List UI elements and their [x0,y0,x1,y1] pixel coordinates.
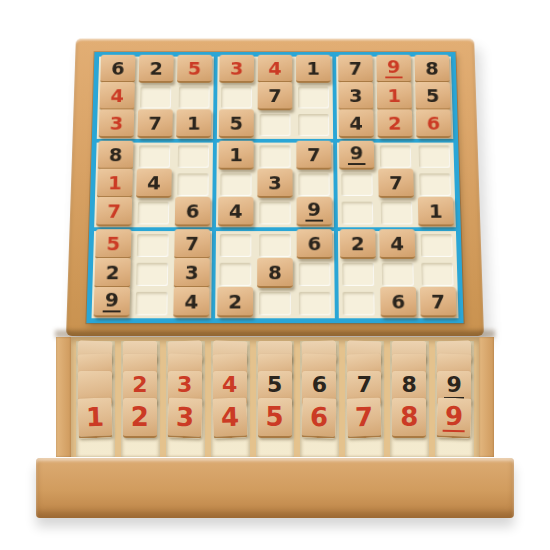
cell-recess [259,234,291,257]
cell-r5c5[interactable]: 3 [255,171,294,199]
number-tile-4[interactable]: 4 [379,229,415,259]
cell-r5c3[interactable] [173,171,212,199]
tray-slot-1: 1 [76,341,115,457]
cell-r7c9[interactable] [417,231,457,260]
number-tile-8[interactable]: 8 [257,258,293,288]
number-tile-7[interactable]: 7 [137,109,172,138]
cell-recess [419,145,451,167]
cell-recess [298,173,329,196]
tray-tile-5[interactable]: 5 [258,398,292,438]
cell-r5c9[interactable] [415,171,455,199]
cell-r2c1[interactable]: 4 [98,84,137,111]
cell-r4c1[interactable]: 8 [96,143,136,171]
cell-r8c5[interactable]: 8 [255,260,295,289]
tray-slot-3: 33 [166,341,205,457]
number-tile-4[interactable]: 4 [339,109,374,138]
number-tile-1[interactable]: 1 [296,55,331,83]
cell-recess [177,173,209,196]
number-tile-3[interactable]: 3 [174,258,210,288]
cell-r8c2[interactable] [132,260,172,289]
tray-tile-4[interactable]: 4 [212,398,247,439]
cell-recess [343,292,375,315]
cell-r7c4[interactable] [216,231,256,260]
number-tile-7[interactable]: 7 [96,197,132,226]
number-tile-9[interactable]: 9 [94,287,131,317]
cell-r5c7[interactable] [337,171,376,199]
number-tile-7[interactable]: 7 [378,169,414,198]
cell-r8c8[interactable] [378,260,418,289]
cell-recess [299,292,331,315]
tile-drawer: 12233445566778899 [56,337,494,457]
cell-recess [259,145,290,167]
cell-r8c1[interactable]: 2 [92,260,132,289]
cell-recess [219,263,251,286]
cell-recess [421,234,453,257]
cell-r9c4[interactable]: 2 [215,289,255,318]
cell-r4c2[interactable] [135,143,174,171]
cell-r2c2[interactable] [136,84,175,111]
number-tile-3[interactable]: 3 [99,109,135,138]
cell-recess [299,263,331,286]
cell-recess [260,114,291,136]
cell-r9c2[interactable] [131,289,171,318]
number-tile-1[interactable]: 1 [219,141,254,170]
cell-r3c8[interactable]: 2 [375,111,414,139]
cell-r6c5[interactable] [255,199,294,227]
cell-r4c5[interactable] [256,143,295,171]
cell-r6c2[interactable] [133,199,173,227]
cell-r3c3[interactable]: 1 [174,111,213,139]
cell-recess [342,202,374,225]
tray-slots: 12233445566778899 [76,341,474,457]
cell-r8c6[interactable] [295,260,335,289]
number-tile-8[interactable]: 8 [98,141,134,170]
number-tile-7[interactable]: 7 [296,141,331,170]
number-tile-4[interactable]: 4 [218,197,253,226]
cell-r4c8[interactable] [376,143,415,171]
cell-r5c8[interactable]: 7 [376,171,416,199]
cell-r7c7[interactable]: 2 [338,231,378,260]
cell-r3c6[interactable] [294,111,333,139]
cell-recess [382,263,414,286]
cell-r6c4[interactable]: 4 [216,199,255,227]
cell-r4c9[interactable] [415,143,455,171]
cell-r6c3[interactable]: 6 [173,199,213,227]
cell-recess [179,87,210,109]
tray-interior: 12233445566778899 [71,337,479,457]
sudoku-board: 6253417984731537154268179143776491576242… [86,52,463,323]
cell-r1c3[interactable]: 5 [175,57,214,84]
cell-r2c4[interactable] [217,84,256,111]
cell-r1c4[interactable]: 3 [217,57,255,84]
cell-recess [178,145,209,167]
number-tile-2[interactable]: 2 [139,55,174,83]
tray-tile-7[interactable]: 7 [347,398,382,439]
cell-r9c1[interactable]: 9 [92,289,133,318]
tray-tile-1[interactable]: 1 [77,398,112,439]
cell-r9c6[interactable] [295,289,335,318]
cell-recess [419,173,451,196]
cell-r1c9[interactable]: 8 [413,57,452,84]
cell-r3c4[interactable]: 5 [217,111,256,139]
number-tile-5[interactable]: 5 [177,55,212,83]
cell-recess [137,202,169,225]
number-tile-9[interactable]: 9 [376,55,411,83]
cell-r5c2[interactable]: 4 [134,171,174,199]
tray-slot-4: 44 [211,341,250,457]
cell-r9c5[interactable] [255,289,295,318]
tray-tile-3[interactable]: 3 [167,398,202,439]
cell-r7c6[interactable]: 6 [295,231,335,260]
tray-tile-6[interactable]: 6 [302,398,337,439]
drawer-rail-left [56,337,71,457]
tray-slot-6: 66 [300,341,339,457]
cell-r6c8[interactable] [377,199,417,227]
cell-r8c7[interactable] [338,260,378,289]
cell-r3c7[interactable]: 4 [337,111,376,139]
number-tile-7[interactable]: 7 [338,55,373,83]
number-tile-2[interactable]: 2 [340,229,376,259]
cell-recess [298,114,329,136]
cell-recess [342,263,374,286]
cell-r3c9[interactable]: 6 [414,111,453,139]
cell-r6c7[interactable] [338,199,378,227]
cell-r5c1[interactable]: 1 [95,171,135,199]
cell-recess [140,87,171,109]
cell-r8c9[interactable] [417,260,457,289]
tray-slot-2: 22 [121,341,160,457]
cell-recess [380,145,412,167]
cell-r6c6[interactable]: 9 [295,199,334,227]
cell-r2c9[interactable]: 5 [413,84,452,111]
number-tile-6[interactable]: 6 [175,197,211,226]
photo-background: 6253417984731537154268179143776491576242… [0,0,550,550]
cell-r1c6[interactable]: 1 [294,57,332,84]
cell-r8c4[interactable] [215,260,255,289]
number-tile-9[interactable]: 9 [297,197,332,226]
cell-r2c8[interactable]: 1 [375,84,414,111]
number-tile-4[interactable]: 4 [136,169,172,198]
cell-recess [137,234,169,257]
number-tile-5[interactable]: 5 [219,109,254,138]
tray-slot-9: 99 [435,341,474,457]
cell-r1c5[interactable]: 4 [256,57,294,84]
number-tile-9[interactable]: 9 [339,141,374,170]
cell-r1c1[interactable]: 6 [98,57,137,84]
number-tile-6[interactable]: 6 [416,109,452,138]
cell-r2c3[interactable] [175,84,214,111]
cell-recess [341,173,373,196]
cell-recess [259,202,290,225]
number-tile-5[interactable]: 5 [95,229,131,259]
cell-r5c6[interactable] [294,171,333,199]
number-tile-1[interactable]: 1 [377,82,412,110]
cell-recess [421,263,453,286]
cell-r3c2[interactable]: 7 [135,111,174,139]
drawer-front-handle[interactable] [36,458,514,518]
cell-r5c4[interactable] [216,171,255,199]
number-tile-2[interactable]: 2 [217,287,253,317]
cell-r1c2[interactable]: 2 [137,57,176,84]
cell-r9c9[interactable]: 7 [418,289,459,318]
number-tile-1[interactable]: 1 [418,197,454,226]
cell-r4c3[interactable] [174,143,213,171]
tray-slot-8: 88 [390,341,429,457]
board-frame: 6253417984731537154268179143776491576242… [66,39,484,336]
cell-r9c3[interactable]: 4 [171,289,211,318]
cell-r9c7[interactable] [339,289,379,318]
number-tile-7[interactable]: 7 [258,82,293,110]
cell-r7c5[interactable] [255,231,295,260]
number-tile-3[interactable]: 3 [257,169,292,198]
cell-r3c5[interactable] [256,111,295,139]
cell-r7c1[interactable]: 5 [93,231,133,260]
number-tile-4[interactable]: 4 [173,287,209,317]
cell-r2c6[interactable] [294,84,333,111]
cell-r6c1[interactable]: 7 [94,199,134,227]
number-tile-1[interactable]: 1 [97,169,133,198]
cell-recess [221,87,252,109]
cell-r2c5[interactable]: 7 [256,84,295,111]
number-tile-7[interactable]: 7 [174,229,210,259]
number-tile-2[interactable]: 2 [377,109,412,138]
cell-r6c9[interactable]: 1 [416,199,456,227]
tray-slot-7: 77 [345,341,384,457]
cell-recess [381,202,413,225]
cell-r2c7[interactable]: 3 [336,84,375,111]
number-tile-2[interactable]: 2 [94,258,130,288]
cell-recess [298,87,329,109]
cell-r7c8[interactable]: 4 [377,231,417,260]
cell-r9c8[interactable]: 6 [378,289,418,318]
number-tile-6[interactable]: 6 [380,287,416,317]
number-tile-5[interactable]: 5 [415,82,450,110]
cell-recess [136,263,168,286]
cell-r4c4[interactable]: 1 [217,143,256,171]
tray-tile-2[interactable]: 2 [123,398,157,438]
cell-r3c1[interactable]: 3 [97,111,136,139]
cell-r4c7[interactable]: 9 [337,143,376,171]
number-tile-6[interactable]: 6 [100,55,135,83]
cell-r1c8[interactable]: 9 [374,57,413,84]
number-tile-3[interactable]: 3 [338,82,373,110]
cell-recess [220,234,252,257]
number-tile-8[interactable]: 8 [414,55,449,83]
cell-r7c2[interactable] [133,231,173,260]
cell-r8c3[interactable]: 3 [172,260,212,289]
number-tile-3[interactable]: 3 [219,55,254,83]
cell-r1c7[interactable]: 7 [336,57,375,84]
cell-recess [135,292,167,315]
number-tile-4[interactable]: 4 [258,55,293,83]
cell-r4c6[interactable]: 7 [294,143,333,171]
tray-slot-5: 55 [256,341,295,457]
number-tile-7[interactable]: 7 [420,287,457,317]
cell-r7c3[interactable]: 7 [172,231,212,260]
tray-tile-8[interactable]: 8 [392,398,426,438]
number-tile-4[interactable]: 4 [100,82,135,110]
number-tile-1[interactable]: 1 [176,109,211,138]
cell-recess [220,173,251,196]
cell-recess [139,145,171,167]
number-tile-6[interactable]: 6 [297,229,333,259]
tray-tile-9[interactable]: 9 [437,398,472,439]
drawer-rail-right [479,337,494,457]
cell-recess [259,292,291,315]
